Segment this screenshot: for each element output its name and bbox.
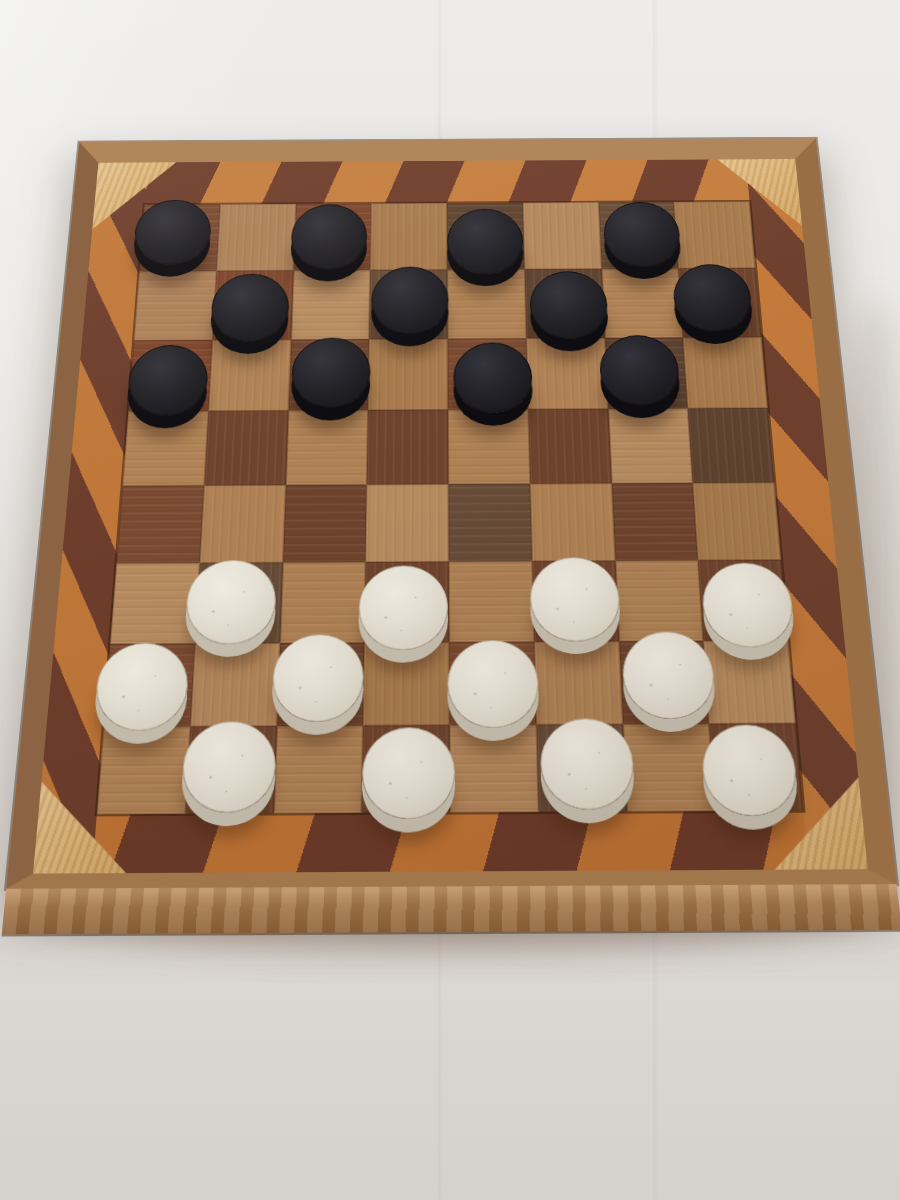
- board-square[interactable]: [122, 411, 208, 486]
- board-square[interactable]: [601, 268, 683, 337]
- board-square[interactable]: [528, 409, 611, 484]
- board-square[interactable]: [448, 409, 530, 484]
- board-square[interactable]: [283, 485, 367, 563]
- black-piece[interactable]: [133, 200, 213, 265]
- black-piece[interactable]: [598, 335, 680, 405]
- board-square[interactable]: [678, 268, 761, 337]
- board-square[interactable]: [448, 338, 528, 410]
- board-square[interactable]: [534, 641, 623, 725]
- photo-background: [0, 0, 900, 1200]
- board-square[interactable]: [185, 726, 277, 814]
- board-square[interactable]: [368, 338, 448, 410]
- board-square[interactable]: [97, 727, 190, 815]
- black-piece[interactable]: [447, 209, 524, 275]
- board-square[interactable]: [536, 724, 627, 812]
- white-piece[interactable]: [361, 727, 455, 819]
- black-piece[interactable]: [126, 345, 209, 416]
- board-square[interactable]: [615, 560, 704, 641]
- board-square[interactable]: [611, 483, 698, 561]
- board-square[interactable]: [369, 269, 447, 338]
- board-square[interactable]: [116, 485, 204, 563]
- black-piece[interactable]: [602, 202, 681, 267]
- board-square[interactable]: [216, 204, 295, 271]
- board-square[interactable]: [447, 269, 526, 338]
- white-piece[interactable]: [621, 632, 717, 720]
- board-square[interactable]: [104, 643, 195, 727]
- black-piece[interactable]: [291, 338, 371, 408]
- white-piece[interactable]: [448, 640, 540, 728]
- board-square[interactable]: [619, 640, 709, 724]
- white-piece[interactable]: [358, 565, 448, 650]
- board-square[interactable]: [277, 642, 365, 726]
- white-piece[interactable]: [184, 559, 277, 644]
- board-square[interactable]: [273, 726, 363, 814]
- board-square[interactable]: [683, 337, 768, 409]
- black-piece[interactable]: [290, 204, 367, 269]
- board-square[interactable]: [362, 725, 450, 813]
- board-square[interactable]: [698, 560, 788, 641]
- board-square[interactable]: [693, 482, 781, 560]
- board-square[interactable]: [139, 204, 220, 271]
- board-square[interactable]: [208, 339, 291, 411]
- board-square[interactable]: [134, 271, 216, 340]
- board-square[interactable]: [447, 203, 524, 270]
- board-square[interactable]: [450, 725, 539, 813]
- board-square[interactable]: [449, 561, 534, 642]
- black-piece[interactable]: [371, 266, 449, 334]
- board-square[interactable]: [526, 338, 608, 410]
- white-piece[interactable]: [539, 718, 635, 810]
- board-grid: [97, 201, 804, 814]
- black-piece[interactable]: [671, 264, 753, 332]
- board-square[interactable]: [524, 269, 604, 338]
- stripe-band-bottom: [33, 810, 868, 873]
- board-square[interactable]: [598, 202, 678, 269]
- board-square[interactable]: [291, 270, 371, 339]
- board-square[interactable]: [293, 203, 371, 270]
- board-square[interactable]: [523, 202, 602, 269]
- board-square[interactable]: [623, 724, 715, 812]
- board-square[interactable]: [212, 270, 293, 339]
- board-square[interactable]: [674, 201, 755, 268]
- board-square[interactable]: [204, 411, 288, 486]
- stripe-band-top: [95, 159, 800, 205]
- board-square[interactable]: [366, 484, 449, 562]
- board-square[interactable]: [709, 724, 803, 812]
- board-square[interactable]: [128, 340, 212, 412]
- board-square[interactable]: [285, 410, 368, 485]
- marquetry-border: [33, 159, 868, 874]
- white-piece[interactable]: [529, 557, 621, 642]
- black-piece[interactable]: [529, 271, 609, 339]
- white-piece[interactable]: [700, 562, 796, 647]
- board-square[interactable]: [364, 561, 449, 642]
- board-square[interactable]: [363, 642, 450, 726]
- white-piece[interactable]: [271, 634, 364, 722]
- board-square[interactable]: [605, 337, 688, 409]
- frame-front-face: [2, 884, 900, 934]
- board-square[interactable]: [195, 562, 283, 643]
- board-square[interactable]: [532, 561, 619, 642]
- board-scene: [0, 0, 900, 1200]
- white-piece[interactable]: [180, 721, 277, 813]
- checkers-board: [6, 138, 897, 888]
- black-piece[interactable]: [454, 343, 534, 414]
- board-square[interactable]: [449, 641, 536, 725]
- board-square[interactable]: [190, 643, 280, 727]
- board-square[interactable]: [367, 410, 448, 485]
- board-square[interactable]: [200, 485, 286, 563]
- board-square[interactable]: [608, 409, 693, 484]
- white-piece[interactable]: [699, 724, 799, 816]
- board-square[interactable]: [448, 484, 531, 562]
- black-piece[interactable]: [210, 273, 290, 341]
- board-square[interactable]: [288, 339, 369, 411]
- board-square[interactable]: [530, 483, 615, 561]
- board-square[interactable]: [280, 562, 366, 643]
- board-square[interactable]: [704, 640, 796, 724]
- board-square[interactable]: [688, 408, 774, 483]
- board-square[interactable]: [370, 203, 447, 270]
